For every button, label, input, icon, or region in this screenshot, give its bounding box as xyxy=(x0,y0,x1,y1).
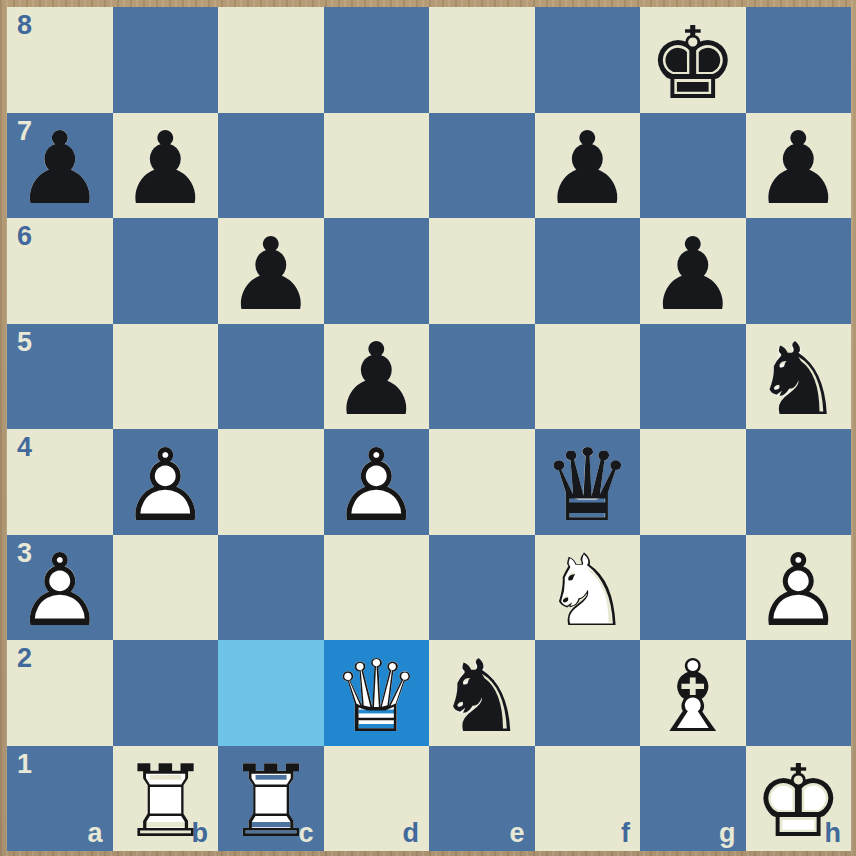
piece-black-pawn[interactable]: ♙♟ xyxy=(640,218,746,324)
knight-line-glyph: ♘ xyxy=(542,541,632,641)
square-a5[interactable]: 5 xyxy=(7,324,113,430)
square-e5[interactable] xyxy=(429,324,535,430)
pawn-fill-glyph: ♟ xyxy=(648,225,738,325)
square-a7[interactable]: 7♙♟ xyxy=(7,113,113,219)
square-f4[interactable]: ♕♛ xyxy=(535,429,641,535)
square-d1[interactable]: d xyxy=(324,746,430,852)
rook-line-glyph: ♖ xyxy=(226,752,316,852)
pawn-fill-glyph: ♟ xyxy=(753,119,843,219)
square-g8[interactable]: ♔♚ xyxy=(640,7,746,113)
square-e2[interactable]: ♘♞ xyxy=(429,640,535,746)
square-e8[interactable] xyxy=(429,7,535,113)
square-h5[interactable]: ♘♞ xyxy=(746,324,852,430)
square-f7[interactable]: ♙♟ xyxy=(535,113,641,219)
knight-fill-glyph: ♞ xyxy=(437,647,527,747)
square-d7[interactable] xyxy=(324,113,430,219)
rank-label-6: 6 xyxy=(17,223,32,250)
square-b1[interactable]: b♜♖ xyxy=(113,746,219,852)
square-c4[interactable] xyxy=(218,429,324,535)
square-h1[interactable]: h♚♔ xyxy=(746,746,852,852)
pawn-fill-glyph: ♟ xyxy=(542,119,632,219)
square-d8[interactable] xyxy=(324,7,430,113)
square-d6[interactable] xyxy=(324,218,430,324)
square-h8[interactable] xyxy=(746,7,852,113)
piece-black-knight[interactable]: ♘♞ xyxy=(746,324,852,430)
square-b8[interactable] xyxy=(113,7,219,113)
square-d3[interactable] xyxy=(324,535,430,641)
square-g2[interactable]: ♝♗ xyxy=(640,640,746,746)
piece-black-pawn[interactable]: ♙♟ xyxy=(324,324,430,430)
square-g5[interactable] xyxy=(640,324,746,430)
square-d2[interactable]: ♛♕ xyxy=(324,640,430,746)
rank-label-2: 2 xyxy=(17,645,32,672)
piece-black-pawn[interactable]: ♙♟ xyxy=(746,113,852,219)
board-frame: 8♔♚7♙♟♙♟♙♟♙♟6♙♟♙♟5♙♟♘♞4♟♙♟♙♕♛3♟♙♞♘♟♙2♛♕♘… xyxy=(0,0,856,856)
queen-fill-glyph: ♛ xyxy=(542,436,632,536)
piece-white-pawn[interactable]: ♟♙ xyxy=(7,535,113,641)
square-c8[interactable] xyxy=(218,7,324,113)
square-f5[interactable] xyxy=(535,324,641,430)
rank-label-4: 4 xyxy=(17,434,32,461)
square-h3[interactable]: ♟♙ xyxy=(746,535,852,641)
square-g3[interactable] xyxy=(640,535,746,641)
square-f6[interactable] xyxy=(535,218,641,324)
rank-label-5: 5 xyxy=(17,329,32,356)
pawn-line-glyph: ♙ xyxy=(753,541,843,641)
pawn-line-glyph: ♙ xyxy=(120,436,210,536)
piece-white-queen[interactable]: ♛♕ xyxy=(324,640,430,746)
piece-black-king[interactable]: ♔♚ xyxy=(640,7,746,113)
piece-white-pawn[interactable]: ♟♙ xyxy=(113,429,219,535)
king-line-glyph: ♔ xyxy=(753,752,843,852)
square-b6[interactable] xyxy=(113,218,219,324)
square-h6[interactable] xyxy=(746,218,852,324)
square-d4[interactable]: ♟♙ xyxy=(324,429,430,535)
square-e1[interactable]: e xyxy=(429,746,535,852)
square-c3[interactable] xyxy=(218,535,324,641)
square-e4[interactable] xyxy=(429,429,535,535)
piece-white-king[interactable]: ♚♔ xyxy=(746,746,852,852)
square-h7[interactable]: ♙♟ xyxy=(746,113,852,219)
pawn-line-glyph: ♙ xyxy=(15,541,105,641)
piece-black-pawn[interactable]: ♙♟ xyxy=(113,113,219,219)
square-b7[interactable]: ♙♟ xyxy=(113,113,219,219)
square-h2[interactable] xyxy=(746,640,852,746)
square-b5[interactable] xyxy=(113,324,219,430)
pawn-line-glyph: ♙ xyxy=(331,436,421,536)
square-a1[interactable]: 1a xyxy=(7,746,113,852)
square-a8[interactable]: 8 xyxy=(7,7,113,113)
square-f1[interactable]: f xyxy=(535,746,641,852)
file-label-a: a xyxy=(87,820,102,847)
king-fill-glyph: ♚ xyxy=(648,14,738,114)
rank-label-1: 1 xyxy=(17,751,32,778)
piece-black-knight[interactable]: ♘♞ xyxy=(429,640,535,746)
square-a4[interactable]: 4 xyxy=(7,429,113,535)
rank-label-8: 8 xyxy=(17,12,32,39)
knight-fill-glyph: ♞ xyxy=(753,330,843,430)
piece-white-rook[interactable]: ♜♖ xyxy=(218,746,324,852)
square-e3[interactable] xyxy=(429,535,535,641)
square-c5[interactable] xyxy=(218,324,324,430)
square-g4[interactable] xyxy=(640,429,746,535)
pawn-fill-glyph: ♟ xyxy=(15,119,105,219)
square-h4[interactable] xyxy=(746,429,852,535)
pawn-fill-glyph: ♟ xyxy=(331,330,421,430)
square-f8[interactable] xyxy=(535,7,641,113)
square-b2[interactable] xyxy=(113,640,219,746)
square-b4[interactable]: ♟♙ xyxy=(113,429,219,535)
piece-white-rook[interactable]: ♜♖ xyxy=(113,746,219,852)
square-f3[interactable]: ♞♘ xyxy=(535,535,641,641)
pawn-fill-glyph: ♟ xyxy=(226,225,316,325)
piece-white-pawn[interactable]: ♟♙ xyxy=(746,535,852,641)
square-d5[interactable]: ♙♟ xyxy=(324,324,430,430)
piece-black-queen[interactable]: ♕♛ xyxy=(535,429,641,535)
file-label-f: f xyxy=(621,820,630,847)
square-c7[interactable] xyxy=(218,113,324,219)
square-a6[interactable]: 6 xyxy=(7,218,113,324)
square-b3[interactable] xyxy=(113,535,219,641)
file-label-g: g xyxy=(719,820,736,847)
piece-white-knight[interactable]: ♞♘ xyxy=(535,535,641,641)
square-c6[interactable]: ♙♟ xyxy=(218,218,324,324)
square-c1[interactable]: c♜♖ xyxy=(218,746,324,852)
piece-black-pawn[interactable]: ♙♟ xyxy=(535,113,641,219)
piece-white-pawn[interactable]: ♟♙ xyxy=(324,429,430,535)
file-label-e: e xyxy=(509,820,524,847)
file-label-d: d xyxy=(403,820,420,847)
square-f2[interactable] xyxy=(535,640,641,746)
queen-line-glyph: ♕ xyxy=(331,647,421,747)
pawn-fill-glyph: ♟ xyxy=(120,119,210,219)
piece-black-pawn[interactable]: ♙♟ xyxy=(218,218,324,324)
square-g6[interactable]: ♙♟ xyxy=(640,218,746,324)
square-g7[interactable] xyxy=(640,113,746,219)
square-c2[interactable] xyxy=(218,640,324,746)
chess-board: 8♔♚7♙♟♙♟♙♟♙♟6♙♟♙♟5♙♟♘♞4♟♙♟♙♕♛3♟♙♞♘♟♙2♛♕♘… xyxy=(7,7,851,851)
piece-white-bishop[interactable]: ♝♗ xyxy=(640,640,746,746)
square-e6[interactable] xyxy=(429,218,535,324)
bishop-line-glyph: ♗ xyxy=(648,647,738,747)
piece-black-pawn[interactable]: ♙♟ xyxy=(7,113,113,219)
square-a2[interactable]: 2 xyxy=(7,640,113,746)
rook-line-glyph: ♖ xyxy=(120,752,210,852)
square-g1[interactable]: g xyxy=(640,746,746,852)
square-e7[interactable] xyxy=(429,113,535,219)
square-a3[interactable]: 3♟♙ xyxy=(7,535,113,641)
